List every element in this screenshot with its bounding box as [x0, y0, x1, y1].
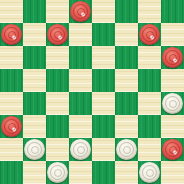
square-4-7[interactable] [161, 92, 184, 115]
square-2-2 [46, 46, 69, 69]
square-7-3 [69, 161, 92, 184]
square-4-6 [138, 92, 161, 115]
square-7-5 [115, 161, 138, 184]
square-4-5[interactable] [115, 92, 138, 115]
red-checker[interactable] [47, 24, 68, 45]
square-1-0[interactable] [0, 23, 23, 46]
square-3-7 [161, 69, 184, 92]
red-checker[interactable] [162, 139, 183, 160]
square-2-4 [92, 46, 115, 69]
square-0-5[interactable] [115, 0, 138, 23]
white-checker[interactable] [162, 93, 183, 114]
square-4-0 [0, 92, 23, 115]
square-1-1 [23, 23, 46, 46]
square-5-7 [161, 115, 184, 138]
square-1-3 [69, 23, 92, 46]
square-7-7 [161, 161, 184, 184]
square-7-4[interactable] [92, 161, 115, 184]
square-0-0 [0, 0, 23, 23]
square-4-1[interactable] [23, 92, 46, 115]
white-checker[interactable] [24, 139, 45, 160]
square-7-2[interactable] [46, 161, 69, 184]
square-2-1[interactable] [23, 46, 46, 69]
square-2-5[interactable] [115, 46, 138, 69]
square-0-3[interactable] [69, 0, 92, 23]
square-5-0[interactable] [0, 115, 23, 138]
square-6-1[interactable] [23, 138, 46, 161]
checkers-board [0, 0, 184, 184]
square-4-4 [92, 92, 115, 115]
square-6-5[interactable] [115, 138, 138, 161]
square-1-7 [161, 23, 184, 46]
square-3-4[interactable] [92, 69, 115, 92]
square-3-1 [23, 69, 46, 92]
red-checker[interactable] [70, 1, 91, 22]
white-checker[interactable] [139, 162, 160, 183]
square-3-5 [115, 69, 138, 92]
square-3-6[interactable] [138, 69, 161, 92]
square-5-5 [115, 115, 138, 138]
square-1-5 [115, 23, 138, 46]
white-checker[interactable] [70, 139, 91, 160]
red-checker[interactable] [1, 116, 22, 137]
square-6-2 [46, 138, 69, 161]
square-6-4 [92, 138, 115, 161]
square-0-2 [46, 0, 69, 23]
square-6-3[interactable] [69, 138, 92, 161]
square-6-0 [0, 138, 23, 161]
square-7-6[interactable] [138, 161, 161, 184]
square-7-1 [23, 161, 46, 184]
square-5-3 [69, 115, 92, 138]
square-7-0[interactable] [0, 161, 23, 184]
square-0-6 [138, 0, 161, 23]
square-0-7[interactable] [161, 0, 184, 23]
red-checker[interactable] [139, 24, 160, 45]
white-checker[interactable] [116, 139, 137, 160]
square-1-4[interactable] [92, 23, 115, 46]
square-2-7[interactable] [161, 46, 184, 69]
square-2-6 [138, 46, 161, 69]
square-0-4 [92, 0, 115, 23]
square-5-6[interactable] [138, 115, 161, 138]
square-2-3[interactable] [69, 46, 92, 69]
square-3-2[interactable] [46, 69, 69, 92]
square-5-2[interactable] [46, 115, 69, 138]
square-0-1[interactable] [23, 0, 46, 23]
square-3-3 [69, 69, 92, 92]
red-checker[interactable] [162, 47, 183, 68]
square-3-0[interactable] [0, 69, 23, 92]
white-checker[interactable] [47, 162, 68, 183]
square-5-1 [23, 115, 46, 138]
square-5-4[interactable] [92, 115, 115, 138]
square-4-2 [46, 92, 69, 115]
square-2-0 [0, 46, 23, 69]
square-4-3[interactable] [69, 92, 92, 115]
square-1-2[interactable] [46, 23, 69, 46]
red-checker[interactable] [1, 24, 22, 45]
square-6-6 [138, 138, 161, 161]
square-6-7[interactable] [161, 138, 184, 161]
square-1-6[interactable] [138, 23, 161, 46]
